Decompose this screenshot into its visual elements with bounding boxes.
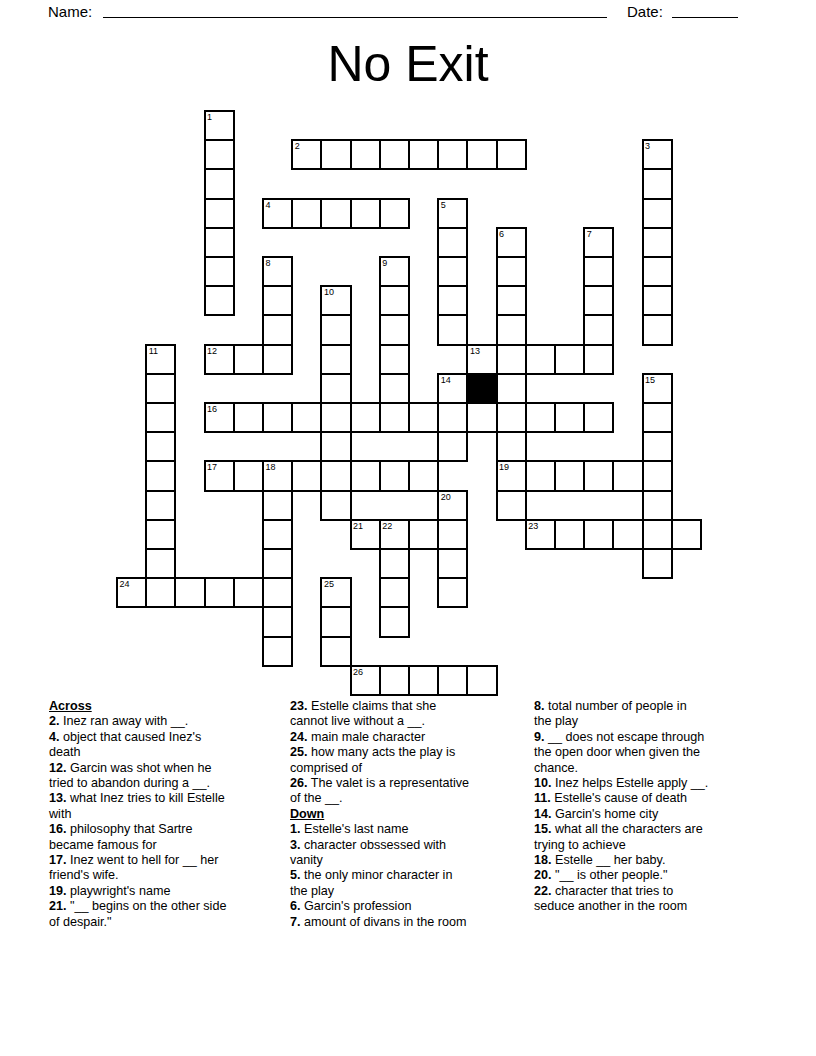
cell-r10c13[interactable] xyxy=(496,402,527,433)
clue-down-6: 6. Garcin's profession xyxy=(290,899,528,914)
cell-r12c3[interactable]: 17 xyxy=(204,460,235,491)
cell-r14c15[interactable] xyxy=(554,519,585,550)
cell-r18c5[interactable] xyxy=(262,636,293,667)
cell-number-22: 22 xyxy=(382,521,392,531)
clue-text: Garcin's profession xyxy=(301,899,412,913)
clue-text: amount of divans in the room xyxy=(301,915,467,929)
clue-text: Estelle's last name xyxy=(301,822,409,836)
cell-r9c9[interactable] xyxy=(379,373,410,404)
cell-number-13: 13 xyxy=(470,346,480,356)
cell-number-11: 11 xyxy=(149,346,158,356)
down-header: Down xyxy=(290,807,528,822)
cell-r10c3[interactable]: 16 xyxy=(204,402,235,433)
cell-r1c10[interactable] xyxy=(408,139,439,170)
cell-r10c15[interactable] xyxy=(554,402,585,433)
cell-r8c7[interactable] xyxy=(320,344,351,375)
cell-r12c10[interactable] xyxy=(408,460,439,491)
clue-across-23: 23. Estelle claims that she cannot live … xyxy=(290,699,528,730)
clues-column-2: 23. Estelle claims that she cannot live … xyxy=(290,699,528,930)
clue-text: playwright's name xyxy=(67,884,171,898)
cell-r5c5[interactable]: 8 xyxy=(262,256,293,287)
clue-down-15: 15. what all the characters are trying t… xyxy=(534,822,776,853)
across-clues-part2: 23. Estelle claims that she cannot live … xyxy=(290,699,528,807)
clue-text: Garcin was shot when he tried to abandon… xyxy=(49,761,211,790)
cell-r6c5[interactable] xyxy=(262,285,293,316)
clue-text: Inez helps Estelle apply __. xyxy=(552,776,709,790)
clue-number: 2. xyxy=(49,714,60,728)
cell-r10c1[interactable] xyxy=(145,402,176,433)
cell-number-17: 17 xyxy=(207,462,217,472)
clue-number: 22. xyxy=(534,884,552,898)
clue-text: what all the characters are trying to ac… xyxy=(534,822,703,851)
cell-r5c13[interactable] xyxy=(496,256,527,287)
cell-r19c9[interactable] xyxy=(379,665,410,696)
cell-number-10: 10 xyxy=(324,287,334,297)
cell-r10c4[interactable] xyxy=(233,402,264,433)
clue-number: 11. xyxy=(534,791,551,805)
clue-number: 12. xyxy=(49,761,67,775)
cell-r14c11[interactable] xyxy=(437,519,468,550)
clue-down-22: 22. character that tries to seduce anoth… xyxy=(534,884,776,915)
cell-r10c12[interactable] xyxy=(466,402,497,433)
clue-text: "__ begins on the other side of despair.… xyxy=(49,899,226,928)
cell-r15c5[interactable] xyxy=(262,548,293,579)
cell-r15c9[interactable] xyxy=(379,548,410,579)
cell-r15c1[interactable] xyxy=(145,548,176,579)
cell-r9c7[interactable] xyxy=(320,373,351,404)
clue-down-18: 18. Estelle __ her baby. xyxy=(534,853,776,868)
clue-text: character that tries to seduce another i… xyxy=(534,884,687,913)
cell-r10c5[interactable] xyxy=(262,402,293,433)
cell-r13c7[interactable] xyxy=(320,490,351,521)
cell-r10c8[interactable] xyxy=(350,402,381,433)
cell-r8c5[interactable] xyxy=(262,344,293,375)
cell-r5c9[interactable]: 9 xyxy=(379,256,410,287)
cell-r16c4[interactable] xyxy=(233,577,264,608)
cell-r13c1[interactable] xyxy=(145,490,176,521)
cell-r1c11[interactable] xyxy=(437,139,468,170)
cell-r10c7[interactable] xyxy=(320,402,351,433)
cell-number-15: 15 xyxy=(645,375,655,385)
cell-r3c3[interactable] xyxy=(204,198,235,229)
cell-r16c2[interactable] xyxy=(174,577,205,608)
cell-r4c3[interactable] xyxy=(204,227,235,258)
date-blank-line xyxy=(672,1,738,18)
clue-text: what Inez tries to kill Estelle with xyxy=(49,791,225,820)
cell-number-4: 4 xyxy=(266,200,271,210)
cell-r14c17[interactable] xyxy=(612,519,643,550)
cell-r1c3[interactable] xyxy=(204,139,235,170)
clue-across-17: 17. Inez went to hell for __ her friend'… xyxy=(49,853,284,884)
cell-r15c18[interactable] xyxy=(642,548,673,579)
cell-r7c13[interactable] xyxy=(496,314,527,345)
cell-r12c15[interactable] xyxy=(554,460,585,491)
black-cell-r9c12 xyxy=(466,373,497,404)
cell-number-6: 6 xyxy=(499,229,504,239)
cell-r3c8[interactable] xyxy=(350,198,381,229)
cell-r15c11[interactable] xyxy=(437,548,468,579)
cell-r8c9[interactable] xyxy=(379,344,410,375)
cell-r19c10[interactable] xyxy=(408,665,439,696)
cell-r13c5[interactable] xyxy=(262,490,293,521)
cell-r8c1[interactable]: 11 xyxy=(145,344,176,375)
cell-r7c9[interactable] xyxy=(379,314,410,345)
clue-number: 19. xyxy=(49,884,67,898)
clue-text: Estelle claims that she cannot live with… xyxy=(290,699,436,728)
cell-r16c9[interactable] xyxy=(379,577,410,608)
cell-number-2: 2 xyxy=(295,141,300,151)
cell-r9c11[interactable]: 14 xyxy=(437,373,468,404)
cell-r11c7[interactable] xyxy=(320,431,351,462)
cell-r13c13[interactable] xyxy=(496,490,527,521)
clue-text: how many acts the play is comprised of xyxy=(290,745,455,774)
clue-down-11: 11. Estelle's cause of death xyxy=(534,791,776,806)
cell-r14c14[interactable]: 23 xyxy=(525,519,556,550)
clue-across-24: 24. main male character xyxy=(290,730,528,745)
cell-r9c1[interactable] xyxy=(145,373,176,404)
cell-r16c7[interactable]: 25 xyxy=(320,577,351,608)
cell-r16c11[interactable] xyxy=(437,577,468,608)
clue-number: 1. xyxy=(290,822,301,836)
cell-number-3: 3 xyxy=(645,141,650,151)
cell-r16c5[interactable] xyxy=(262,577,293,608)
puzzle-title: No Exit xyxy=(0,37,816,91)
cell-r4c18[interactable] xyxy=(642,227,673,258)
cell-r5c18[interactable] xyxy=(642,256,673,287)
clue-number: 17. xyxy=(49,853,67,867)
clue-text: character obssessed with vanity xyxy=(290,838,446,867)
cell-r14c19[interactable] xyxy=(671,519,702,550)
cell-r3c9[interactable] xyxy=(379,198,410,229)
cell-r14c8[interactable]: 21 xyxy=(350,519,381,550)
clue-number: 14. xyxy=(534,807,552,821)
clue-number: 7. xyxy=(290,915,301,929)
cell-r13c11[interactable]: 20 xyxy=(437,490,468,521)
clue-number: 25. xyxy=(290,745,308,759)
cell-r8c12[interactable]: 13 xyxy=(466,344,497,375)
cell-r10c14[interactable] xyxy=(525,402,556,433)
cell-r10c11[interactable] xyxy=(437,402,468,433)
cell-r11c1[interactable] xyxy=(145,431,176,462)
cell-r7c5[interactable] xyxy=(262,314,293,345)
cell-number-16: 16 xyxy=(207,404,217,414)
clue-number: 15. xyxy=(534,822,552,836)
cell-r4c13[interactable]: 6 xyxy=(496,227,527,258)
clue-text: object that caused Inez's death xyxy=(49,730,201,759)
cell-r1c8[interactable] xyxy=(350,139,381,170)
cell-r12c8[interactable] xyxy=(350,460,381,491)
worksheet-page: Name: Date: No Exit 12345678910111213141… xyxy=(0,0,816,1056)
cell-r6c16[interactable] xyxy=(583,285,614,316)
cell-r3c6[interactable] xyxy=(291,198,322,229)
cell-r8c13[interactable] xyxy=(496,344,527,375)
clue-text: Inez went to hell for __ her friend's wi… xyxy=(49,853,218,882)
cell-r7c18[interactable] xyxy=(642,314,673,345)
cell-r8c3[interactable]: 12 xyxy=(204,344,235,375)
clue-number: 23. xyxy=(290,699,308,713)
cell-r13c18[interactable] xyxy=(642,490,673,521)
clue-number: 8. xyxy=(534,699,545,713)
cell-r3c5[interactable]: 4 xyxy=(262,198,293,229)
cell-r3c7[interactable] xyxy=(320,198,351,229)
cell-number-8: 8 xyxy=(266,258,271,268)
cell-r16c3[interactable] xyxy=(204,577,235,608)
clue-text: main male character xyxy=(308,730,426,744)
clue-down-7: 7. amount of divans in the room xyxy=(290,915,528,930)
cell-r12c5[interactable]: 18 xyxy=(262,460,293,491)
clue-number: 3. xyxy=(290,838,301,852)
cell-number-20: 20 xyxy=(441,492,451,502)
cell-r8c16[interactable] xyxy=(583,344,614,375)
cell-r4c11[interactable] xyxy=(437,227,468,258)
cell-r11c13[interactable] xyxy=(496,431,527,462)
cell-r8c14[interactable] xyxy=(525,344,556,375)
cell-r12c1[interactable] xyxy=(145,460,176,491)
clue-number: 26. xyxy=(290,776,308,790)
cell-r4c16[interactable]: 7 xyxy=(583,227,614,258)
cell-number-25: 25 xyxy=(324,579,334,589)
clue-number: 6. xyxy=(290,899,301,913)
cell-r12c9[interactable] xyxy=(379,460,410,491)
name-blank-line xyxy=(103,1,607,18)
across-header: Across xyxy=(49,699,284,714)
cell-r7c11[interactable] xyxy=(437,314,468,345)
clue-text: Estelle's cause of death xyxy=(551,791,687,805)
clue-down-14: 14. Garcin's home city xyxy=(534,807,776,822)
cell-r1c18[interactable]: 3 xyxy=(642,139,673,170)
date-label: Date: xyxy=(627,3,663,21)
cell-r3c18[interactable] xyxy=(642,198,673,229)
cell-r19c12[interactable] xyxy=(466,665,497,696)
clue-number: 24. xyxy=(290,730,308,744)
cell-r6c13[interactable] xyxy=(496,285,527,316)
clue-text: Garcin's home city xyxy=(552,807,659,821)
cell-r10c16[interactable] xyxy=(583,402,614,433)
clue-number: 10. xyxy=(534,776,552,790)
cell-r5c11[interactable] xyxy=(437,256,468,287)
clue-text: __ does not escape through the open door… xyxy=(534,730,704,775)
clue-number: 16. xyxy=(49,822,67,836)
clue-across-16: 16. philosophy that Sartre became famous… xyxy=(49,822,284,853)
cell-r16c0[interactable]: 24 xyxy=(116,577,147,608)
cell-r1c13[interactable] xyxy=(496,139,527,170)
cell-r1c12[interactable] xyxy=(466,139,497,170)
cell-number-26: 26 xyxy=(353,667,363,677)
cell-r1c6[interactable]: 2 xyxy=(291,139,322,170)
cell-r9c13[interactable] xyxy=(496,373,527,404)
clue-number: 21. xyxy=(49,899,67,913)
clue-across-26: 26. The valet is a representative of the… xyxy=(290,776,528,807)
cell-r12c13[interactable]: 19 xyxy=(496,460,527,491)
cell-r11c11[interactable] xyxy=(437,431,468,462)
clues-column-3: 8. total number of people in the play9. … xyxy=(534,699,776,915)
cell-number-1: 1 xyxy=(207,112,212,122)
clue-down-9: 9. __ does not escape through the open d… xyxy=(534,730,776,776)
cell-r14c5[interactable] xyxy=(262,519,293,550)
cell-r8c4[interactable] xyxy=(233,344,264,375)
cell-r5c16[interactable] xyxy=(583,256,614,287)
clue-across-21: 21. "__ begins on the other side of desp… xyxy=(49,899,284,930)
cell-r6c11[interactable] xyxy=(437,285,468,316)
cell-number-24: 24 xyxy=(120,579,130,589)
across-clues-part1: 2. Inez ran away with __.4. object that … xyxy=(49,714,284,930)
cell-r17c7[interactable] xyxy=(320,606,351,637)
cell-number-21: 21 xyxy=(353,521,363,531)
cell-r14c1[interactable] xyxy=(145,519,176,550)
cell-r10c6[interactable] xyxy=(291,402,322,433)
clue-number: 9. xyxy=(534,730,545,744)
cell-r6c9[interactable] xyxy=(379,285,410,316)
cell-r18c7[interactable] xyxy=(320,636,351,667)
clue-text: the only minor character in the play xyxy=(290,868,452,897)
clue-number: 13. xyxy=(49,791,67,805)
clue-down-10: 10. Inez helps Estelle apply __. xyxy=(534,776,776,791)
clue-text: Inez ran away with __. xyxy=(60,714,189,728)
cell-r12c16[interactable] xyxy=(583,460,614,491)
clue-number: 4. xyxy=(49,730,60,744)
clue-number: 18. xyxy=(534,853,552,867)
clue-number: 20. xyxy=(534,868,552,882)
cell-r6c3[interactable] xyxy=(204,285,235,316)
clue-across-4: 4. object that caused Inez's death xyxy=(49,730,284,761)
clue-down-20: 20. "__ is other people." xyxy=(534,868,776,883)
name-label: Name: xyxy=(48,3,92,21)
cell-r7c7[interactable] xyxy=(320,314,351,345)
cell-r1c9[interactable] xyxy=(379,139,410,170)
cell-r2c3[interactable] xyxy=(204,168,235,199)
cell-number-19: 19 xyxy=(499,462,509,472)
cell-r12c17[interactable] xyxy=(612,460,643,491)
clue-text: The valet is a representative of the __. xyxy=(290,776,469,805)
cell-r10c9[interactable] xyxy=(379,402,410,433)
clue-text: Estelle __ her baby. xyxy=(552,853,666,867)
clue-across-13: 13. what Inez tries to kill Estelle with xyxy=(49,791,284,822)
clue-across-2: 2. Inez ran away with __. xyxy=(49,714,284,729)
clue-text: "__ is other people." xyxy=(552,868,668,882)
cell-r12c14[interactable] xyxy=(525,460,556,491)
clue-text: philosophy that Sartre became famous for xyxy=(49,822,193,851)
clue-down-8: 8. total number of people in the play xyxy=(534,699,776,730)
cell-r14c10[interactable] xyxy=(408,519,439,550)
cell-r1c7[interactable] xyxy=(320,139,351,170)
clues-column-1: Across 2. Inez ran away with __.4. objec… xyxy=(49,699,284,930)
cell-number-7: 7 xyxy=(587,229,592,239)
cell-r12c4[interactable] xyxy=(233,460,264,491)
clue-down-1: 1. Estelle's last name xyxy=(290,822,528,837)
cell-r12c7[interactable] xyxy=(320,460,351,491)
cell-r3c11[interactable]: 5 xyxy=(437,198,468,229)
clue-across-19: 19. playwright's name xyxy=(49,884,284,899)
cell-r14c16[interactable] xyxy=(583,519,614,550)
down-clues-part1: 1. Estelle's last name3. character obsse… xyxy=(290,822,528,930)
cell-r5c3[interactable] xyxy=(204,256,235,287)
cell-r17c5[interactable] xyxy=(262,606,293,637)
cell-r8c15[interactable] xyxy=(554,344,585,375)
cell-number-23: 23 xyxy=(528,521,538,531)
clue-down-3: 3. character obssessed with vanity xyxy=(290,838,528,869)
cell-r0c3[interactable]: 1 xyxy=(204,110,235,141)
clue-text: total number of people in the play xyxy=(534,699,687,728)
cell-r6c18[interactable] xyxy=(642,285,673,316)
cell-r19c11[interactable] xyxy=(437,665,468,696)
cell-r14c9[interactable]: 22 xyxy=(379,519,410,550)
cell-r19c8[interactable]: 26 xyxy=(350,665,381,696)
cell-r12c18[interactable] xyxy=(642,460,673,491)
cell-r16c1[interactable] xyxy=(145,577,176,608)
down-clues-part2: 8. total number of people in the play9. … xyxy=(534,699,776,915)
cell-number-12: 12 xyxy=(207,346,217,356)
cell-r10c18[interactable] xyxy=(642,402,673,433)
cell-number-18: 18 xyxy=(266,462,276,472)
clue-across-25: 25. how many acts the play is comprised … xyxy=(290,745,528,776)
cell-r17c9[interactable] xyxy=(379,606,410,637)
cell-r12c6[interactable] xyxy=(291,460,322,491)
cell-r2c18[interactable] xyxy=(642,168,673,199)
cell-number-14: 14 xyxy=(441,375,451,385)
cell-r7c16[interactable] xyxy=(583,314,614,345)
cell-r9c18[interactable]: 15 xyxy=(642,373,673,404)
cell-r10c10[interactable] xyxy=(408,402,439,433)
cell-number-9: 9 xyxy=(382,258,387,268)
cell-number-5: 5 xyxy=(441,200,446,210)
clue-down-5: 5. the only minor character in the play xyxy=(290,868,528,899)
cell-r6c7[interactable]: 10 xyxy=(320,285,351,316)
cell-r14c18[interactable] xyxy=(642,519,673,550)
clue-number: 5. xyxy=(290,868,301,882)
clue-across-12: 12. Garcin was shot when he tried to aba… xyxy=(49,761,284,792)
crossword-grid: 1234567891011121314151617181920212223242… xyxy=(116,110,704,698)
cell-r11c18[interactable] xyxy=(642,431,673,462)
